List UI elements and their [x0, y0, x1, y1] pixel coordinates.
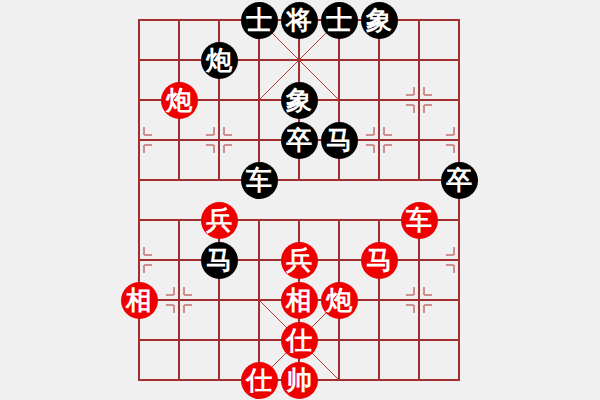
pieces-layer: 士将士象炮炮象卒马车卒兵车马兵马相相炮仕仕帅	[119, 0, 479, 400]
black-cannon-glyph: 炮	[201, 42, 238, 79]
black-general-glyph: 将	[281, 2, 318, 39]
black-horse-glyph: 马	[321, 122, 358, 159]
piece-red-pawn[interactable]: 兵	[199, 200, 239, 240]
red-pawn-glyph: 兵	[201, 202, 238, 239]
piece-red-elephant[interactable]: 相	[119, 280, 159, 320]
red-elephant-glyph: 相	[121, 282, 158, 319]
piece-red-cannon[interactable]: 炮	[159, 80, 199, 120]
red-cannon-glyph: 炮	[321, 282, 358, 319]
piece-red-cannon[interactable]: 炮	[319, 280, 359, 320]
black-advisor-glyph: 士	[321, 2, 358, 39]
piece-black-elephant[interactable]: 象	[279, 80, 319, 120]
piece-red-horse[interactable]: 马	[359, 240, 399, 280]
black-elephant-glyph: 象	[361, 2, 398, 39]
red-cannon-glyph: 炮	[161, 82, 198, 119]
piece-black-cannon[interactable]: 炮	[199, 40, 239, 80]
red-general-glyph: 帅	[281, 362, 318, 399]
black-chariot-glyph: 车	[241, 162, 278, 199]
piece-red-pawn[interactable]: 兵	[279, 240, 319, 280]
red-horse-glyph: 马	[361, 242, 398, 279]
piece-black-advisor[interactable]: 士	[239, 0, 279, 40]
piece-red-advisor[interactable]: 仕	[239, 360, 279, 400]
red-advisor-glyph: 仕	[281, 322, 318, 359]
piece-red-chariot[interactable]: 车	[399, 200, 439, 240]
black-horse-glyph: 马	[201, 242, 238, 279]
red-chariot-glyph: 车	[401, 202, 438, 239]
piece-red-general[interactable]: 帅	[279, 360, 319, 400]
xiangqi-board: 士将士象炮炮象卒马车卒兵车马兵马相相炮仕仕帅	[0, 0, 600, 400]
piece-red-advisor[interactable]: 仕	[279, 320, 319, 360]
red-pawn-glyph: 兵	[281, 242, 318, 279]
piece-black-horse[interactable]: 马	[199, 240, 239, 280]
piece-black-chariot[interactable]: 车	[239, 160, 279, 200]
black-pawn-glyph: 卒	[281, 122, 318, 159]
black-elephant-glyph: 象	[281, 82, 318, 119]
red-elephant-glyph: 相	[281, 282, 318, 319]
red-advisor-glyph: 仕	[241, 362, 278, 399]
piece-black-advisor[interactable]: 士	[319, 0, 359, 40]
piece-black-general[interactable]: 将	[279, 0, 319, 40]
piece-black-pawn[interactable]: 卒	[439, 160, 479, 200]
black-advisor-glyph: 士	[241, 2, 278, 39]
piece-red-elephant[interactable]: 相	[279, 280, 319, 320]
piece-black-horse[interactable]: 马	[319, 120, 359, 160]
black-pawn-glyph: 卒	[441, 162, 478, 199]
piece-black-elephant[interactable]: 象	[359, 0, 399, 40]
piece-black-pawn[interactable]: 卒	[279, 120, 319, 160]
